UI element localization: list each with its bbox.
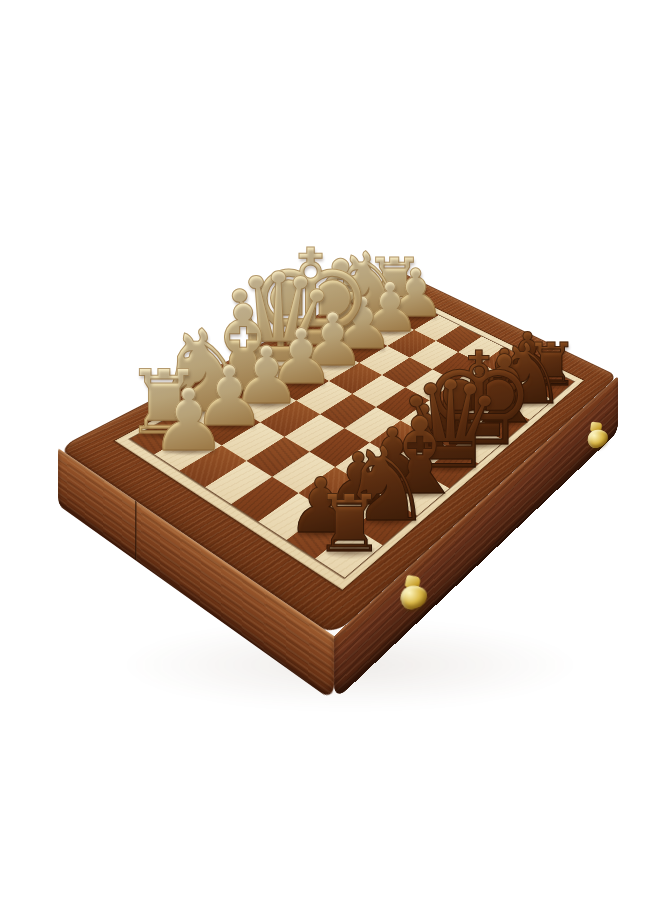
- clasp-leaf: [400, 584, 429, 610]
- product-photo-scene: ♜♞♝♛♚♝♞♜♟♟♟♟♟♟♟♟♟♟♟♟♟♟♟♟♜♞♝♛♚♝♞♜: [0, 0, 660, 900]
- piece-white-pawn-a2[interactable]: ♟: [150, 377, 227, 463]
- brass-clasp-icon: [583, 425, 613, 456]
- fold-seam: [135, 501, 137, 562]
- brass-clasp-icon: [396, 579, 432, 617]
- clasp-leaf: [586, 428, 609, 449]
- piece-black-rook-a8[interactable]: ♜: [314, 485, 385, 564]
